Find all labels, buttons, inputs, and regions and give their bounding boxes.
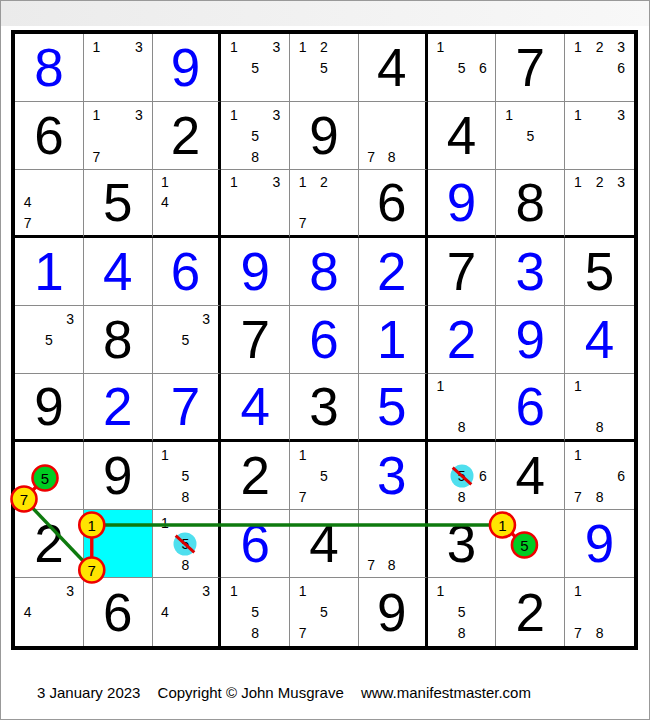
cell-r5c3[interactable]: 35 (153, 306, 222, 374)
solved-digit: 3 (359, 442, 425, 509)
cell-r7c4[interactable]: 2 (221, 442, 290, 510)
cell-r8c9[interactable]: 9 (565, 510, 634, 578)
pencil-mark-1: 1 (161, 174, 169, 190)
cell-r5c7[interactable]: 2 (428, 306, 497, 374)
pencil-mark-2: 2 (320, 39, 328, 55)
pencil-marks: 13 (223, 172, 287, 233)
cell-r8c8[interactable] (496, 510, 565, 578)
pencil-mark-8: 8 (388, 557, 396, 573)
pencil-marks: 568 (430, 444, 494, 507)
pencil-marks: 158 (155, 512, 217, 575)
given-digit: 4 (359, 34, 425, 101)
solved-digit: 4 (221, 374, 289, 439)
pencil-mark-2: 2 (596, 174, 604, 190)
cell-r1c9[interactable]: 1236 (565, 34, 634, 102)
pencil-mark-8: 8 (388, 149, 396, 165)
cell-r7c6[interactable]: 3 (359, 442, 428, 510)
solved-digit: 8 (15, 34, 83, 101)
pencil-marks: 35 (155, 308, 217, 371)
pencil-mark-3: 3 (273, 39, 281, 55)
solved-digit: 9 (565, 510, 634, 577)
cell-r5c1[interactable]: 35 (15, 306, 84, 374)
cell-r6c9[interactable]: 18 (565, 374, 634, 442)
pencil-marks: 157 (292, 580, 356, 644)
cell-r8c3[interactable]: 158 (153, 510, 222, 578)
pencil-mark-1: 1 (574, 39, 582, 55)
cell-r5c8[interactable]: 9 (496, 306, 565, 374)
cell-r9c4[interactable]: 158 (221, 578, 290, 646)
solved-digit: 1 (15, 238, 83, 305)
pencil-mark-8: 8 (182, 489, 190, 505)
pencil-mark-8: 8 (596, 489, 604, 505)
pencil-mark-5: 5 (458, 60, 466, 76)
pencil-mark-3: 3 (202, 311, 210, 327)
pencil-mark-3: 3 (617, 107, 625, 123)
pencil-mark-4: 4 (161, 194, 169, 210)
pencil-mark-1: 1 (299, 583, 307, 599)
pencil-mark-8: 8 (596, 625, 604, 641)
pencil-mark-1: 1 (230, 39, 238, 55)
cell-r7c2[interactable]: 9 (84, 442, 153, 510)
solved-digit: 6 (153, 238, 219, 305)
solved-digit: 5 (359, 374, 425, 439)
pencil-mark-1: 1 (574, 107, 582, 123)
given-digit: 4 (428, 102, 496, 169)
window-topbar (1, 1, 649, 26)
pencil-marks: 158 (155, 444, 217, 507)
cell-r5c5[interactable]: 6 (290, 306, 359, 374)
pencil-mark-1: 1 (505, 107, 513, 123)
pencil-mark-1: 1 (299, 447, 307, 463)
cell-r8c1[interactable]: 2 (15, 510, 84, 578)
pencil-mark-5: 5 (458, 604, 466, 620)
given-digit: 4 (290, 510, 358, 577)
cell-r6c8[interactable]: 6 (496, 374, 565, 442)
cell-r1c1[interactable]: 8 (15, 34, 84, 102)
cell-r9c3[interactable]: 34 (153, 578, 222, 646)
pencil-mark-2: 2 (320, 174, 328, 190)
pencil-mark-1: 1 (436, 39, 444, 55)
solved-digit: 7 (153, 374, 219, 439)
pencil-mark-3: 3 (617, 39, 625, 55)
cell-r3c2[interactable]: 5 (84, 170, 153, 238)
pencil-mark-1: 1 (92, 107, 100, 123)
cell-r2c5[interactable]: 9 (290, 102, 359, 170)
pencil-mark-8: 8 (458, 625, 466, 641)
given-digit: 2 (153, 102, 219, 169)
cell-r4c9[interactable]: 5 (565, 238, 634, 306)
cell-r3c6[interactable]: 6 (359, 170, 428, 238)
footer-website: www.manifestmaster.com (361, 684, 531, 701)
cell-r9c6[interactable]: 9 (359, 578, 428, 646)
pencil-marks: 178 (567, 580, 632, 644)
cell-r1c2[interactable]: 13 (84, 34, 153, 102)
pencil-mark-5: 5 (320, 60, 328, 76)
pencil-mark-3: 3 (66, 583, 74, 599)
pencil-mark-4: 4 (24, 194, 32, 210)
pencil-marks: 125 (292, 36, 356, 99)
pencil-mark-3: 3 (66, 311, 74, 327)
pencil-mark-7: 7 (367, 149, 375, 165)
cell-r7c9[interactable]: 1678 (565, 442, 634, 510)
pencil-mark-1: 1 (299, 174, 307, 190)
pencil-mark-8: 8 (458, 489, 466, 505)
pencil-mark-1: 1 (230, 107, 238, 123)
pencil-marks: 78 (361, 512, 423, 575)
pencil-mark-8: 8 (182, 557, 190, 573)
cell-r4c3[interactable]: 6 (153, 238, 222, 306)
pencil-mark-3: 3 (273, 174, 281, 190)
pencil-mark-7: 7 (367, 557, 375, 573)
solved-digit: 6 (290, 306, 358, 373)
cell-r5c6[interactable]: 1 (359, 306, 428, 374)
solved-digit: 2 (428, 306, 496, 373)
cell-r8c4[interactable]: 6 (221, 510, 290, 578)
pencil-marks: 18 (430, 376, 494, 437)
pencil-mark-3: 3 (135, 107, 143, 123)
pencil-marks: 14 (155, 172, 217, 233)
pencil-mark-5: 5 (182, 332, 190, 348)
solved-digit: 3 (496, 238, 564, 305)
given-digit: 6 (84, 578, 152, 646)
pencil-marks: 13 (567, 104, 632, 167)
pencil-mark-1: 1 (161, 515, 169, 531)
given-digit: 9 (359, 578, 425, 646)
cell-r2c9[interactable]: 13 (565, 102, 634, 170)
pencil-mark-5: 5 (182, 468, 190, 484)
cell-r9c5[interactable]: 157 (290, 578, 359, 646)
pencil-mark-7: 7 (92, 149, 100, 165)
pencil-marks: 123 (567, 172, 632, 233)
pencil-marks: 18 (567, 376, 632, 437)
pencil-marks: 34 (17, 580, 81, 644)
solved-digit: 2 (359, 238, 425, 305)
pencil-mark-1: 1 (436, 378, 444, 394)
cell-r1c6[interactable]: 4 (359, 34, 428, 102)
given-digit: 5 (565, 238, 634, 305)
pencil-marks: 157 (292, 444, 356, 507)
cell-r7c5[interactable]: 157 (290, 442, 359, 510)
pencil-mark-5: 5 (320, 604, 328, 620)
given-digit: 9 (290, 102, 358, 169)
pencil-marks: 34 (155, 580, 217, 644)
cell-r6c4[interactable]: 4 (221, 374, 290, 442)
given-digit: 2 (496, 578, 564, 646)
pencil-mark-1: 1 (230, 174, 238, 190)
pencil-mark-7: 7 (299, 625, 307, 641)
given-digit: 4 (496, 442, 564, 509)
solved-digit: 4 (84, 238, 152, 305)
cell-r9c2[interactable]: 6 (84, 578, 153, 646)
pencil-mark-4: 4 (161, 604, 169, 620)
given-digit: 2 (221, 442, 289, 509)
pencil-mark-6: 6 (479, 468, 487, 484)
pencil-marks: 158 (223, 580, 287, 644)
given-digit: 5 (84, 170, 152, 235)
cell-r7c3[interactable]: 158 (153, 442, 222, 510)
pencil-marks: 135 (223, 36, 287, 99)
sudoku-board: 8139135125415671236613721358978415134751… (11, 30, 638, 650)
cell-r5c4[interactable]: 7 (221, 306, 290, 374)
pencil-marks: 1678 (567, 444, 632, 507)
cell-r8c7[interactable]: 3 (428, 510, 497, 578)
pencil-marks: 137 (86, 104, 150, 167)
cell-r3c4[interactable]: 13 (221, 170, 290, 238)
cell-r2c8[interactable]: 15 (496, 102, 565, 170)
cell-r7c7[interactable]: 568 (428, 442, 497, 510)
pencil-mark-8: 8 (251, 625, 259, 641)
given-digit: 9 (15, 374, 83, 439)
given-digit: 3 (290, 374, 358, 439)
cell-r3c7[interactable]: 9 (428, 170, 497, 238)
solved-digit: 2 (84, 374, 152, 439)
cell-r2c1[interactable]: 6 (15, 102, 84, 170)
cell-r4c4[interactable]: 9 (221, 238, 290, 306)
given-digit: 7 (428, 238, 496, 305)
pencil-mark-1: 1 (92, 39, 100, 55)
solved-digit: 9 (496, 306, 564, 373)
pencil-marks: 47 (17, 172, 81, 233)
cell-r5c2[interactable]: 8 (84, 306, 153, 374)
pencil-mark-5: 5 (251, 604, 259, 620)
given-digit: 3 (428, 510, 496, 577)
pencil-marks: 1236 (567, 36, 632, 99)
cell-r3c3[interactable]: 14 (153, 170, 222, 238)
cell-r8c2[interactable] (84, 510, 153, 578)
footer: 3 January 2023 Copyright © John Musgrave… (37, 684, 544, 701)
pencil-mark-1: 1 (436, 583, 444, 599)
cell-r1c4[interactable]: 135 (221, 34, 290, 102)
footer-copyright: Copyright © John Musgrave (158, 684, 344, 701)
pencil-mark-1: 1 (299, 39, 307, 55)
given-digit: 6 (359, 170, 425, 235)
cell-r6c7[interactable]: 18 (428, 374, 497, 442)
pencil-marks: 15 (498, 104, 562, 167)
pencil-mark-1: 1 (574, 378, 582, 394)
app-window: 8139135125415671236613721358978415134751… (0, 0, 650, 720)
cell-r4c6[interactable]: 2 (359, 238, 428, 306)
pencil-mark-6: 6 (479, 60, 487, 76)
cell-r4c1[interactable]: 1 (15, 238, 84, 306)
pencil-marks: 13 (86, 36, 150, 99)
pencil-mark-1: 1 (574, 583, 582, 599)
pencil-mark-5: 5 (251, 128, 259, 144)
cell-r3c1[interactable]: 47 (15, 170, 84, 238)
cell-r3c5[interactable]: 127 (290, 170, 359, 238)
cell-r3c9[interactable]: 123 (565, 170, 634, 238)
solved-digit: 9 (221, 238, 289, 305)
cell-r6c3[interactable]: 7 (153, 374, 222, 442)
pencil-marks: 35 (17, 308, 81, 371)
cell-r7c1[interactable] (15, 442, 84, 510)
cell-r2c6[interactable]: 78 (359, 102, 428, 170)
given-digit: 7 (496, 34, 564, 101)
cell-r9c8[interactable]: 2 (496, 578, 565, 646)
solved-digit: 6 (496, 374, 564, 439)
pencil-mark-8: 8 (458, 419, 466, 435)
solved-digit: 1 (359, 306, 425, 373)
cell-r4c2[interactable]: 4 (84, 238, 153, 306)
pencil-mark-1: 1 (574, 174, 582, 190)
cell-r1c5[interactable]: 125 (290, 34, 359, 102)
cell-r7c8[interactable]: 4 (496, 442, 565, 510)
cell-r6c1[interactable]: 9 (15, 374, 84, 442)
pencil-mark-1: 1 (574, 447, 582, 463)
pencil-mark-1: 1 (230, 583, 238, 599)
pencil-mark-3: 3 (617, 174, 625, 190)
solved-digit: 9 (428, 170, 496, 235)
pencil-mark-3: 3 (135, 39, 143, 55)
solved-digit: 4 (565, 306, 634, 373)
pencil-mark-7: 7 (574, 489, 582, 505)
cell-r1c8[interactable]: 7 (496, 34, 565, 102)
pencil-mark-6: 6 (617, 468, 625, 484)
pencil-mark-3: 3 (202, 583, 210, 599)
cell-r6c5[interactable]: 3 (290, 374, 359, 442)
given-digit: 2 (15, 510, 83, 577)
pencil-mark-7: 7 (299, 489, 307, 505)
cell-r1c7[interactable]: 156 (428, 34, 497, 102)
pencil-mark-8: 8 (596, 419, 604, 435)
cell-r4c7[interactable]: 7 (428, 238, 497, 306)
pencil-mark-1: 1 (161, 447, 169, 463)
pencil-marks: 156 (430, 36, 494, 99)
cell-r6c2[interactable]: 2 (84, 374, 153, 442)
given-digit: 8 (84, 306, 152, 373)
cell-r6c6[interactable]: 5 (359, 374, 428, 442)
pencil-mark-3: 3 (273, 107, 281, 123)
pencil-marks: 1358 (223, 104, 287, 167)
cell-r8c6[interactable]: 78 (359, 510, 428, 578)
given-digit: 9 (84, 442, 152, 509)
solved-digit: 6 (221, 510, 289, 577)
cell-r9c7[interactable]: 158 (428, 578, 497, 646)
pencil-mark-7: 7 (574, 625, 582, 641)
pencil-mark-5: 5 (320, 468, 328, 484)
pencil-mark-5: 5 (526, 128, 534, 144)
given-digit: 7 (221, 306, 289, 373)
pencil-mark-4: 4 (24, 604, 32, 620)
cell-r2c4[interactable]: 1358 (221, 102, 290, 170)
cell-r4c8[interactable]: 3 (496, 238, 565, 306)
cell-r2c7[interactable]: 4 (428, 102, 497, 170)
pencil-mark-7: 7 (24, 215, 32, 231)
pencil-mark-2: 2 (596, 39, 604, 55)
cell-r9c1[interactable]: 34 (15, 578, 84, 646)
pencil-mark-5: 5 (251, 60, 259, 76)
pencil-marks: 78 (361, 104, 423, 167)
cell-r9c9[interactable]: 178 (565, 578, 634, 646)
pencil-mark-8: 8 (251, 149, 259, 165)
pencil-mark-5: 5 (45, 332, 53, 348)
footer-date: 3 January 2023 (37, 684, 140, 701)
cell-r8c5[interactable]: 4 (290, 510, 359, 578)
cell-r4c5[interactable]: 8 (290, 238, 359, 306)
pencil-mark-6: 6 (617, 60, 625, 76)
cell-r2c3[interactable]: 2 (153, 102, 222, 170)
cell-r3c8[interactable]: 8 (496, 170, 565, 238)
pencil-mark-7: 7 (299, 215, 307, 231)
cell-r5c9[interactable]: 4 (565, 306, 634, 374)
given-digit: 8 (496, 170, 564, 235)
solved-digit: 8 (290, 238, 358, 305)
cell-r1c3[interactable]: 9 (153, 34, 222, 102)
pencil-marks: 127 (292, 172, 356, 233)
cell-r2c2[interactable]: 137 (84, 102, 153, 170)
pencil-marks: 158 (430, 580, 494, 644)
given-digit: 6 (15, 102, 83, 169)
solved-digit: 9 (153, 34, 219, 101)
